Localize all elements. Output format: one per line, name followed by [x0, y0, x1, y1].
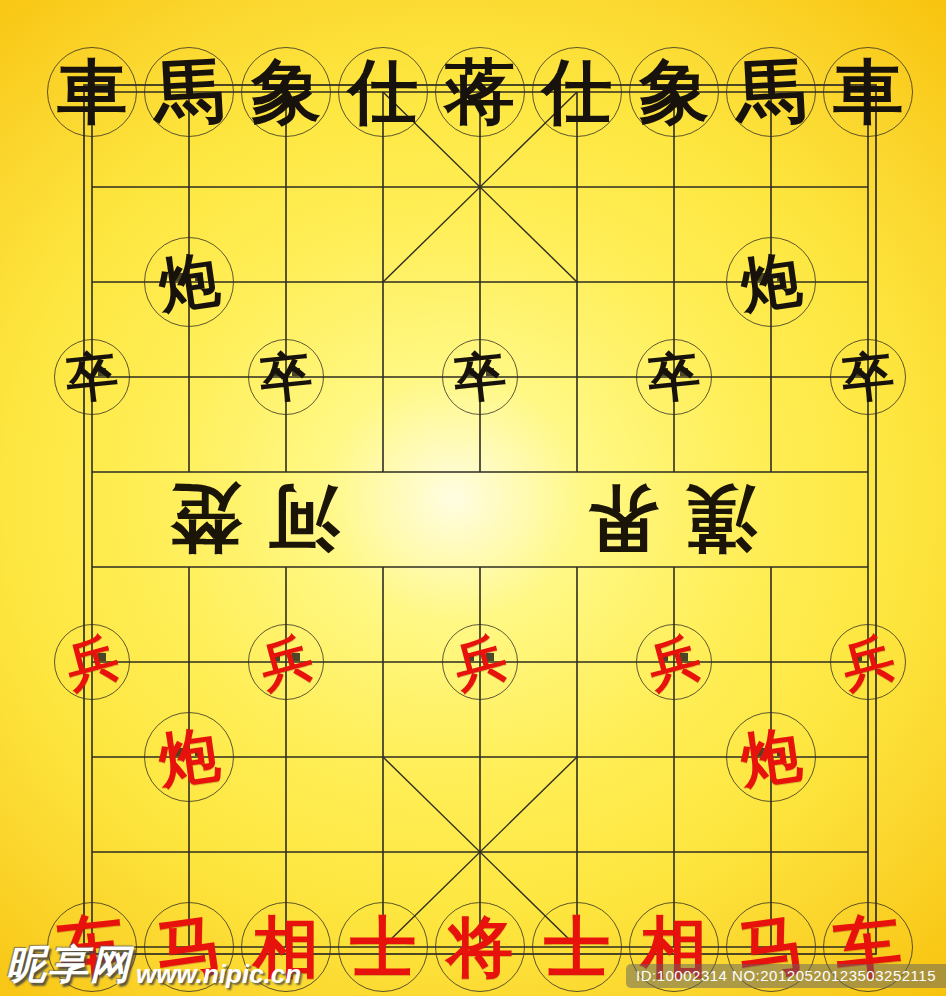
piece-black-炮[interactable]: 炮: [726, 237, 816, 327]
watermark-id-bar: ID:10002314 NO:20120520123503252115: [626, 964, 946, 988]
piece-glyph: 仕: [348, 57, 418, 127]
xiangqi-board: 楚河 界漢 車馬象仕蒋仕象馬車炮炮卒卒卒卒卒兵兵兵兵兵炮炮车马相士将士相马车 昵…: [0, 0, 946, 996]
piece-black-卒[interactable]: 卒: [442, 339, 518, 415]
piece-glyph: 兵: [836, 630, 900, 694]
watermark-nipic: 昵享网 www.nipic.cn: [6, 937, 301, 992]
piece-glyph: 蒋: [445, 57, 515, 127]
piece-black-仕[interactable]: 仕: [532, 47, 622, 137]
piece-red-兵[interactable]: 兵: [636, 624, 712, 700]
piece-red-兵[interactable]: 兵: [830, 624, 906, 700]
piece-glyph: 卒: [839, 348, 896, 405]
piece-glyph: 車: [833, 57, 903, 127]
piece-black-象[interactable]: 象: [629, 47, 719, 137]
piece-glyph: 士: [544, 914, 610, 980]
piece-glyph: 仕: [542, 57, 612, 127]
pieces-layer: 車馬象仕蒋仕象馬車炮炮卒卒卒卒卒兵兵兵兵兵炮炮车马相士将士相马车: [0, 0, 946, 996]
piece-black-馬[interactable]: 馬: [726, 47, 816, 137]
piece-glyph: 炮: [737, 248, 805, 316]
piece-glyph: 象: [639, 57, 709, 127]
piece-glyph: 卒: [645, 348, 702, 405]
piece-glyph: 馬: [152, 55, 226, 129]
piece-glyph: 将: [447, 914, 513, 980]
piece-black-卒[interactable]: 卒: [636, 339, 712, 415]
piece-glyph: 車: [57, 57, 127, 127]
piece-black-卒[interactable]: 卒: [54, 339, 130, 415]
piece-black-象[interactable]: 象: [241, 47, 331, 137]
piece-glyph: 卒: [257, 348, 314, 405]
piece-glyph: 兵: [254, 630, 318, 694]
piece-red-将[interactable]: 将: [435, 902, 525, 992]
watermark-id-text: ID:10002314 NO:20120520123503252115: [636, 967, 936, 984]
piece-glyph: 兵: [60, 630, 124, 694]
piece-glyph: 炮: [155, 723, 223, 791]
piece-black-卒[interactable]: 卒: [830, 339, 906, 415]
piece-glyph: 士: [350, 914, 416, 980]
piece-glyph: 象: [251, 57, 321, 127]
piece-red-炮[interactable]: 炮: [144, 712, 234, 802]
piece-red-士[interactable]: 士: [532, 902, 622, 992]
piece-black-車[interactable]: 車: [47, 47, 137, 137]
piece-black-車[interactable]: 車: [823, 47, 913, 137]
piece-glyph: 兵: [448, 630, 512, 694]
piece-glyph: 馬: [734, 55, 808, 129]
piece-red-兵[interactable]: 兵: [248, 624, 324, 700]
piece-red-兵[interactable]: 兵: [54, 624, 130, 700]
piece-red-士[interactable]: 士: [338, 902, 428, 992]
nipic-url-text: www.nipic.cn: [136, 959, 301, 990]
piece-glyph: 兵: [642, 630, 706, 694]
piece-black-馬[interactable]: 馬: [144, 47, 234, 137]
piece-glyph: 卒: [63, 348, 120, 405]
piece-red-炮[interactable]: 炮: [726, 712, 816, 802]
piece-glyph: 卒: [451, 348, 508, 405]
nipic-logo-text: 昵享网: [6, 937, 132, 992]
piece-black-蒋[interactable]: 蒋: [435, 47, 525, 137]
piece-black-仕[interactable]: 仕: [338, 47, 428, 137]
piece-black-卒[interactable]: 卒: [248, 339, 324, 415]
piece-red-兵[interactable]: 兵: [442, 624, 518, 700]
piece-glyph: 炮: [155, 248, 223, 316]
piece-glyph: 炮: [737, 723, 805, 791]
piece-black-炮[interactable]: 炮: [144, 237, 234, 327]
